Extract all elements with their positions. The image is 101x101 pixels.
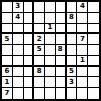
cell-r4c4-given: 2: [34, 34, 45, 45]
cell-r2c7-given: 8: [67, 13, 78, 24]
cell-r3c3-empty[interactable]: [24, 24, 35, 35]
cell-r9c9-empty[interactable]: [88, 88, 99, 99]
cell-r1c5-empty[interactable]: [45, 2, 56, 13]
cell-r7c7-given: 5: [67, 67, 78, 78]
cell-r6c8-given: 1: [77, 56, 88, 67]
cell-r3c9-empty[interactable]: [88, 24, 99, 35]
cell-r2c1-empty[interactable]: [2, 13, 13, 24]
cell-r7c8-empty[interactable]: [77, 67, 88, 78]
cell-r6c5-empty[interactable]: [45, 56, 56, 67]
cell-r5c4-given: 5: [34, 45, 45, 56]
cell-r9c6-empty[interactable]: [56, 88, 67, 99]
cell-r1c3-empty[interactable]: [24, 2, 35, 13]
cell-r5c3-empty[interactable]: [24, 45, 35, 56]
cell-r1c7-empty[interactable]: [67, 2, 78, 13]
cell-r8c8-empty[interactable]: [77, 77, 88, 88]
cell-r1c9-empty[interactable]: [88, 2, 99, 13]
cell-r5c6-given: 8: [56, 45, 67, 56]
cell-r1c6-empty[interactable]: [56, 2, 67, 13]
cell-r8c5-empty[interactable]: [45, 77, 56, 88]
cell-r1c8-given: 4: [77, 2, 88, 13]
cell-r5c7-empty[interactable]: [67, 45, 78, 56]
cell-r3c4-empty[interactable]: [34, 24, 45, 35]
cell-r6c3-empty[interactable]: [24, 56, 35, 67]
cell-r6c4-empty[interactable]: [34, 56, 45, 67]
cell-r4c7-empty[interactable]: [67, 34, 78, 45]
cell-r8c6-empty[interactable]: [56, 77, 67, 88]
cell-r6c7-empty[interactable]: [67, 56, 78, 67]
cell-r2c2-given: 4: [13, 13, 24, 24]
cell-r4c1-given: 5: [2, 34, 13, 45]
cell-r4c5-empty[interactable]: [45, 34, 56, 45]
cell-r5c2-empty[interactable]: [13, 45, 24, 56]
cell-r4c2-empty[interactable]: [13, 34, 24, 45]
cell-r3c7-empty[interactable]: [67, 24, 78, 35]
cell-r5c5-empty[interactable]: [45, 45, 56, 56]
cell-r8c2-empty[interactable]: [13, 77, 24, 88]
cell-r6c1-empty[interactable]: [2, 56, 13, 67]
cell-r1c1-empty[interactable]: [2, 2, 13, 13]
cell-r9c7-empty[interactable]: [67, 88, 78, 99]
cell-r2c5-empty[interactable]: [45, 13, 56, 24]
cell-r7c5-empty[interactable]: [45, 67, 56, 78]
cell-r6c9-empty[interactable]: [88, 56, 99, 67]
cell-r6c6-empty[interactable]: [56, 56, 67, 67]
cell-r6c2-empty[interactable]: [13, 56, 24, 67]
cell-r9c8-empty[interactable]: [77, 88, 88, 99]
cell-r4c3-empty[interactable]: [24, 34, 35, 45]
cell-r5c1-empty[interactable]: [2, 45, 13, 56]
cell-r2c3-empty[interactable]: [24, 13, 35, 24]
cell-r9c5-empty[interactable]: [45, 88, 56, 99]
cell-r1c4-empty[interactable]: [34, 2, 45, 13]
cell-r5c8-empty[interactable]: [77, 45, 88, 56]
sudoku-grid: 34481527581685137: [0, 0, 101, 101]
sudoku-board-container: 34481527581685137: [0, 0, 101, 101]
cell-r7c4-given: 8: [34, 67, 45, 78]
cell-r2c6-empty[interactable]: [56, 13, 67, 24]
cell-r8c9-empty[interactable]: [88, 77, 99, 88]
cell-r9c3-empty[interactable]: [24, 88, 35, 99]
cell-r7c1-given: 6: [2, 67, 13, 78]
cell-r3c1-empty[interactable]: [2, 24, 13, 35]
cell-r4c9-empty[interactable]: [88, 34, 99, 45]
cell-r8c7-given: 3: [67, 77, 78, 88]
cell-r8c1-given: 1: [2, 77, 13, 88]
cell-r1c2-given: 3: [13, 2, 24, 13]
cell-r2c9-empty[interactable]: [88, 13, 99, 24]
cell-r9c1-given: 7: [2, 88, 13, 99]
cell-r8c4-empty[interactable]: [34, 77, 45, 88]
cell-r9c2-empty[interactable]: [13, 88, 24, 99]
cell-r7c2-empty[interactable]: [13, 67, 24, 78]
cell-r7c9-empty[interactable]: [88, 67, 99, 78]
cell-r4c6-empty[interactable]: [56, 34, 67, 45]
cell-r2c4-empty[interactable]: [34, 13, 45, 24]
cell-r2c8-empty[interactable]: [77, 13, 88, 24]
cell-r3c2-empty[interactable]: [13, 24, 24, 35]
cell-r3c8-empty[interactable]: [77, 24, 88, 35]
cell-r3c5-given: 1: [45, 24, 56, 35]
cell-r9c4-empty[interactable]: [34, 88, 45, 99]
cell-r4c8-given: 7: [77, 34, 88, 45]
cell-r5c9-empty[interactable]: [88, 45, 99, 56]
cell-r7c6-empty[interactable]: [56, 67, 67, 78]
cell-r7c3-empty[interactable]: [24, 67, 35, 78]
cell-r3c6-empty[interactable]: [56, 24, 67, 35]
cell-r8c3-empty[interactable]: [24, 77, 35, 88]
